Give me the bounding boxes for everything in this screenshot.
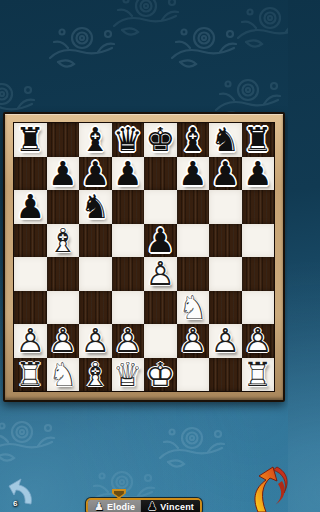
square-c1[interactable]: ♝♗ xyxy=(79,358,112,392)
square-g2[interactable]: ♟♙ xyxy=(209,324,242,358)
square-f7[interactable]: ♟ xyxy=(177,157,210,191)
square-c2[interactable]: ♟♙ xyxy=(79,324,112,358)
square-b3[interactable] xyxy=(47,291,80,325)
square-e3[interactable] xyxy=(144,291,177,325)
black-bishop[interactable]: ♝ xyxy=(79,123,112,157)
square-b5[interactable]: ♝♗ xyxy=(47,224,80,258)
white-pawn[interactable]: ♟♙ xyxy=(112,324,145,358)
black-pawn[interactable]: ♟ xyxy=(79,157,112,191)
board-grid: ♜♝♛♚♝♞♜♟♟♟♟♟♟♟♞♝♗♟♟♙♞♘♟♙♟♙♟♙♟♙♟♙♟♙♟♙♜♖♞♘… xyxy=(13,122,275,392)
square-e2[interactable] xyxy=(144,324,177,358)
square-a2[interactable]: ♟♙ xyxy=(14,324,47,358)
square-h3[interactable] xyxy=(242,291,275,325)
square-f2[interactable]: ♟♙ xyxy=(177,324,210,358)
square-f1[interactable] xyxy=(177,358,210,392)
black-pawn[interactable]: ♟ xyxy=(209,157,242,191)
black-pawn-icon: ♟ xyxy=(147,501,157,512)
black-knight[interactable]: ♞ xyxy=(79,190,112,224)
square-b7[interactable]: ♟ xyxy=(47,157,80,191)
white-bishop[interactable]: ♝♗ xyxy=(79,358,112,392)
square-g1[interactable] xyxy=(209,358,242,392)
square-h4[interactable] xyxy=(242,257,275,291)
square-f5[interactable] xyxy=(177,224,210,258)
square-d2[interactable]: ♟♙ xyxy=(112,324,145,358)
turn-pointer-icon xyxy=(112,489,126,499)
square-d7[interactable]: ♟ xyxy=(112,157,145,191)
white-pawn[interactable]: ♟♙ xyxy=(14,324,47,358)
black-pawn[interactable]: ♟ xyxy=(14,190,47,224)
square-c6[interactable]: ♞ xyxy=(79,190,112,224)
flame-arrow-icon xyxy=(242,464,288,512)
square-f6[interactable] xyxy=(177,190,210,224)
black-knight[interactable]: ♞ xyxy=(209,123,242,157)
square-a1[interactable]: ♜♖ xyxy=(14,358,47,392)
square-g4[interactable] xyxy=(209,257,242,291)
square-d8[interactable]: ♛ xyxy=(112,123,145,157)
white-rook[interactable]: ♜♖ xyxy=(242,358,275,392)
square-b4[interactable] xyxy=(47,257,80,291)
white-pawn[interactable]: ♟♙ xyxy=(144,257,177,291)
square-e8[interactable]: ♚ xyxy=(144,123,177,157)
square-d1[interactable]: ♛♕ xyxy=(112,358,145,392)
square-h7[interactable]: ♟ xyxy=(242,157,275,191)
black-rook[interactable]: ♜ xyxy=(242,123,275,157)
white-knight[interactable]: ♞♘ xyxy=(47,358,80,392)
square-d3[interactable] xyxy=(112,291,145,325)
square-a3[interactable] xyxy=(14,291,47,325)
square-c5[interactable] xyxy=(79,224,112,258)
white-pawn[interactable]: ♟♙ xyxy=(47,324,80,358)
undo-button[interactable] xyxy=(4,476,36,508)
black-queen[interactable]: ♛ xyxy=(112,123,145,157)
black-king[interactable]: ♚ xyxy=(144,123,177,157)
square-b1[interactable]: ♞♘ xyxy=(47,358,80,392)
black-pawn[interactable]: ♟ xyxy=(47,157,80,191)
white-player-name: Elodie xyxy=(107,502,135,512)
board-frame: ♜♝♛♚♝♞♜♟♟♟♟♟♟♟♞♝♗♟♟♙♞♘♟♙♟♙♟♙♟♙♟♙♟♙♟♙♜♖♞♘… xyxy=(3,112,285,402)
square-d6[interactable] xyxy=(112,190,145,224)
square-a8[interactable]: ♜ xyxy=(14,123,47,157)
black-pawn[interactable]: ♟ xyxy=(112,157,145,191)
white-queen[interactable]: ♛♕ xyxy=(112,358,145,392)
square-d4[interactable] xyxy=(112,257,145,291)
square-a5[interactable] xyxy=(14,224,47,258)
square-g8[interactable]: ♞ xyxy=(209,123,242,157)
black-pawn[interactable]: ♟ xyxy=(177,157,210,191)
square-e1[interactable]: ♚♔ xyxy=(144,358,177,392)
square-c7[interactable]: ♟ xyxy=(79,157,112,191)
white-player-segment: ♟ Elodie xyxy=(88,500,141,512)
square-h8[interactable]: ♜ xyxy=(242,123,275,157)
square-e4[interactable]: ♟♙ xyxy=(144,257,177,291)
white-knight[interactable]: ♞♘ xyxy=(177,291,210,325)
square-c4[interactable] xyxy=(79,257,112,291)
white-pawn[interactable]: ♟♙ xyxy=(177,324,210,358)
square-e7[interactable] xyxy=(144,157,177,191)
square-b8[interactable] xyxy=(47,123,80,157)
black-pawn[interactable]: ♟ xyxy=(144,224,177,258)
white-king[interactable]: ♚♔ xyxy=(144,358,177,392)
white-pawn-icon: ♟ xyxy=(94,501,104,512)
square-h2[interactable]: ♟♙ xyxy=(242,324,275,358)
undo-arrow-icon xyxy=(4,476,36,508)
square-f3[interactable]: ♞♘ xyxy=(177,291,210,325)
square-c3[interactable] xyxy=(79,291,112,325)
black-pawn[interactable]: ♟ xyxy=(242,157,275,191)
white-pawn[interactable]: ♟♙ xyxy=(209,324,242,358)
square-g3[interactable] xyxy=(209,291,242,325)
app-background: { "game": "chess", "position": { "fen": … xyxy=(0,0,288,512)
undo-count-label: 6 xyxy=(13,499,17,508)
square-a4[interactable] xyxy=(14,257,47,291)
square-b2[interactable]: ♟♙ xyxy=(47,324,80,358)
square-g5[interactable] xyxy=(209,224,242,258)
square-h5[interactable] xyxy=(242,224,275,258)
black-bishop[interactable]: ♝ xyxy=(177,123,210,157)
white-rook[interactable]: ♜♖ xyxy=(14,358,47,392)
square-g7[interactable]: ♟ xyxy=(209,157,242,191)
square-e5[interactable]: ♟ xyxy=(144,224,177,258)
square-f4[interactable] xyxy=(177,257,210,291)
square-f8[interactable]: ♝ xyxy=(177,123,210,157)
square-b6[interactable] xyxy=(47,190,80,224)
square-e6[interactable] xyxy=(144,190,177,224)
black-rook[interactable]: ♜ xyxy=(14,123,47,157)
square-h1[interactable]: ♜♖ xyxy=(242,358,275,392)
square-h6[interactable] xyxy=(242,190,275,224)
square-d5[interactable] xyxy=(112,224,145,258)
white-bishop[interactable]: ♝♗ xyxy=(47,224,80,258)
square-g6[interactable] xyxy=(209,190,242,224)
player-bar: ♟ Elodie ♟ Vincent xyxy=(86,498,202,512)
white-pawn[interactable]: ♟♙ xyxy=(242,324,275,358)
forward-button[interactable] xyxy=(242,464,288,512)
square-c8[interactable]: ♝ xyxy=(79,123,112,157)
square-a7[interactable] xyxy=(14,157,47,191)
black-player-segment: ♟ Vincent xyxy=(141,500,200,512)
square-a6[interactable]: ♟ xyxy=(14,190,47,224)
black-player-name: Vincent xyxy=(160,502,194,512)
white-pawn[interactable]: ♟♙ xyxy=(79,324,112,358)
